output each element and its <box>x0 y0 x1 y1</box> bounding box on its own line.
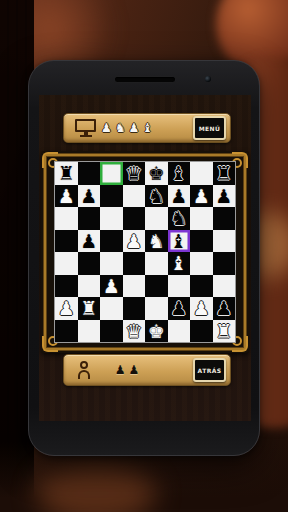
black-knight-f6: ♞ <box>168 207 191 230</box>
captured-white-pawn: ♟ <box>101 122 112 134</box>
square-d8[interactable]: ♛ <box>123 162 146 185</box>
black-pawn-b5: ♟ <box>78 230 101 253</box>
square-e5[interactable]: ♞ <box>145 230 168 253</box>
square-b5[interactable]: ♟ <box>78 230 101 253</box>
square-a8[interactable]: ♜ <box>55 162 78 185</box>
square-c1[interactable] <box>100 320 123 343</box>
square-h5[interactable] <box>213 230 236 253</box>
board-frame: ♜♛♚♝♜♟♟♞♟♟♟♞♟♟♞♝♝♟♟♜♟♟♟♛♚♜ <box>41 151 249 353</box>
phone-camera-icon <box>205 76 211 82</box>
square-b6[interactable] <box>78 207 101 230</box>
square-a2[interactable]: ♟ <box>55 297 78 320</box>
square-f4[interactable]: ♝ <box>168 252 191 275</box>
square-c5[interactable] <box>100 230 123 253</box>
square-h1[interactable]: ♜ <box>213 320 236 343</box>
square-a6[interactable] <box>55 207 78 230</box>
square-a1[interactable] <box>55 320 78 343</box>
back-button[interactable]: ATRÁS <box>193 358 226 382</box>
square-f1[interactable] <box>168 320 191 343</box>
opponent-bar: ♟♞♟♝ MENÚ <box>63 113 231 143</box>
square-b3[interactable] <box>78 275 101 298</box>
square-g5[interactable] <box>190 230 213 253</box>
white-king-e1: ♚ <box>145 320 168 343</box>
square-f6[interactable]: ♞ <box>168 207 191 230</box>
square-h6[interactable] <box>213 207 236 230</box>
square-b1[interactable] <box>78 320 101 343</box>
square-a4[interactable] <box>55 252 78 275</box>
square-h8[interactable]: ♜ <box>213 162 236 185</box>
white-pawn-g7: ♟ <box>190 185 213 208</box>
captured-white-knight: ♞ <box>115 122 126 134</box>
white-queen-d1: ♛ <box>123 320 146 343</box>
square-b2[interactable]: ♜ <box>78 297 101 320</box>
black-pawn-f7: ♟ <box>168 185 191 208</box>
captured-white-pieces-tray: ♟♞♟♝ <box>64 114 190 142</box>
white-rook-h1: ♜ <box>213 320 236 343</box>
square-h2[interactable]: ♟ <box>213 297 236 320</box>
square-b8[interactable] <box>78 162 101 185</box>
chess-board: ♜♛♚♝♜♟♟♞♟♟♟♞♟♟♞♝♝♟♟♜♟♟♟♛♚♜ <box>54 161 236 343</box>
black-pawn-h7: ♟ <box>213 185 236 208</box>
white-pawn-a2: ♟ <box>55 297 78 320</box>
square-e3[interactable] <box>145 275 168 298</box>
square-e1[interactable]: ♚ <box>145 320 168 343</box>
square-e2[interactable] <box>145 297 168 320</box>
square-g7[interactable]: ♟ <box>190 185 213 208</box>
white-rook-b2: ♜ <box>78 297 101 320</box>
square-f5[interactable]: ♝ <box>168 230 191 253</box>
black-king-e8: ♚ <box>145 162 168 185</box>
square-g1[interactable] <box>190 320 213 343</box>
screenshot-root: ♟♞♟♝ MENÚ ♜♛♚♝♜♟♟♞♟♟♟♞♟♟♞♝♝♟♟♜♟♟♟♛♚♜ ♟♟ <box>0 0 288 512</box>
square-h3[interactable] <box>213 275 236 298</box>
square-d5[interactable]: ♟ <box>123 230 146 253</box>
white-pawn-c3: ♟ <box>100 275 123 298</box>
square-f3[interactable] <box>168 275 191 298</box>
white-knight-e5: ♞ <box>145 230 168 253</box>
white-pawn-d5: ♟ <box>123 230 146 253</box>
square-d3[interactable] <box>123 275 146 298</box>
black-pawn-b7: ♟ <box>78 185 101 208</box>
black-rook-a8: ♜ <box>55 162 78 185</box>
square-c3[interactable]: ♟ <box>100 275 123 298</box>
square-e8[interactable]: ♚ <box>145 162 168 185</box>
square-e4[interactable] <box>145 252 168 275</box>
phone-frame: ♟♞♟♝ MENÚ ♜♛♚♝♜♟♟♞♟♟♟♞♟♟♞♝♝♟♟♜♟♟♟♛♚♜ ♟♟ <box>28 60 260 456</box>
black-pawn-h2: ♟ <box>213 297 236 320</box>
white-pawn-g2: ♟ <box>190 297 213 320</box>
captured-black-pieces-tray: ♟♟ <box>64 355 190 385</box>
square-c6[interactable] <box>100 207 123 230</box>
phone-speaker <box>115 77 175 82</box>
square-c7[interactable] <box>100 185 123 208</box>
square-c8[interactable] <box>100 162 123 185</box>
square-h7[interactable]: ♟ <box>213 185 236 208</box>
square-g3[interactable] <box>190 275 213 298</box>
square-a3[interactable] <box>55 275 78 298</box>
app-screen: ♟♞♟♝ MENÚ ♜♛♚♝♜♟♟♞♟♟♟♞♟♟♞♝♝♟♟♜♟♟♟♛♚♜ ♟♟ <box>39 95 251 421</box>
square-d6[interactable] <box>123 207 146 230</box>
square-f8[interactable]: ♝ <box>168 162 191 185</box>
square-d1[interactable]: ♛ <box>123 320 146 343</box>
square-b4[interactable] <box>78 252 101 275</box>
square-f2[interactable]: ♟ <box>168 297 191 320</box>
captured-white-bishop: ♝ <box>142 122 153 134</box>
black-rook-h8: ♜ <box>213 162 236 185</box>
square-c4[interactable] <box>100 252 123 275</box>
square-e6[interactable] <box>145 207 168 230</box>
square-d2[interactable] <box>123 297 146 320</box>
square-e7[interactable]: ♞ <box>145 185 168 208</box>
menu-button[interactable]: MENÚ <box>193 116 226 140</box>
square-h4[interactable] <box>213 252 236 275</box>
captured-black-pawn: ♟ <box>129 364 140 376</box>
square-c2[interactable] <box>100 297 123 320</box>
black-queen-d8: ♛ <box>123 162 146 185</box>
black-pawn-f2: ♟ <box>168 297 191 320</box>
square-g8[interactable] <box>190 162 213 185</box>
square-f7[interactable]: ♟ <box>168 185 191 208</box>
square-d4[interactable] <box>123 252 146 275</box>
square-g6[interactable] <box>190 207 213 230</box>
white-bishop-f4: ♝ <box>168 252 191 275</box>
captured-black-pawn: ♟ <box>115 364 126 376</box>
square-a5[interactable] <box>55 230 78 253</box>
black-bishop-f8: ♝ <box>168 162 191 185</box>
square-g4[interactable] <box>190 252 213 275</box>
square-g2[interactable]: ♟ <box>190 297 213 320</box>
square-b7[interactable]: ♟ <box>78 185 101 208</box>
captured-white-pawn: ♟ <box>129 122 140 134</box>
player-bar: ♟♟ ATRÁS <box>63 354 231 386</box>
white-pawn-a7: ♟ <box>55 185 78 208</box>
square-d7[interactable] <box>123 185 146 208</box>
square-a7[interactable]: ♟ <box>55 185 78 208</box>
black-knight-e7: ♞ <box>145 185 168 208</box>
black-bishop-f5: ♝ <box>168 230 191 253</box>
